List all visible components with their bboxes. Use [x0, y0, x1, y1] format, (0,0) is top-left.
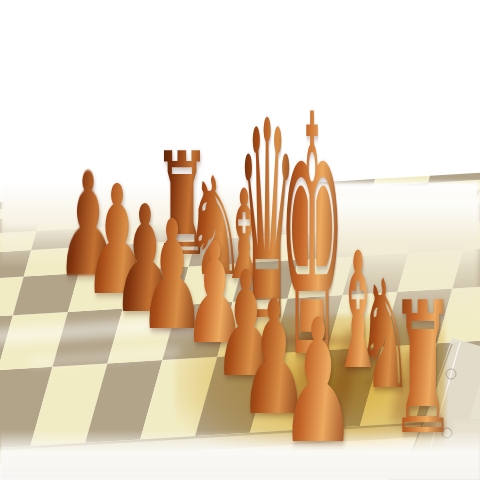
piece-kingside-rook[interactable]: ♜ — [390, 278, 455, 460]
chess-set-photo: ♜♞♟♝♟♟♛♟♟♚♝♟♞♟♜♟ — [0, 0, 480, 480]
piece-pawn-h[interactable]: ♟ — [280, 296, 357, 467]
pieces-layer: ♜♞♟♝♟♟♛♟♟♚♝♟♞♟♜♟ — [0, 0, 480, 480]
